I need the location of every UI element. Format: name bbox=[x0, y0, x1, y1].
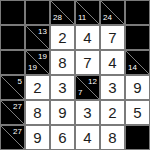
down-clue: 11 bbox=[78, 14, 86, 22]
across-clue: 19 bbox=[38, 53, 47, 61]
across-clue: 12 bbox=[88, 78, 97, 86]
block-cell bbox=[125, 25, 150, 50]
down-clue: 19 bbox=[28, 64, 37, 72]
answer-cell[interactable]: 7 bbox=[75, 50, 100, 75]
block-cell bbox=[0, 0, 25, 25]
clue-cell: 11 bbox=[75, 0, 100, 25]
clue-cell: 27 bbox=[0, 100, 25, 125]
answer-cell[interactable]: 7 bbox=[100, 25, 125, 50]
down-clue: 14 bbox=[128, 64, 137, 72]
answer-cell[interactable]: 3 bbox=[50, 75, 75, 100]
across-clue: 13 bbox=[38, 28, 47, 36]
answer-cell[interactable]: 9 bbox=[25, 125, 50, 150]
answer-cell[interactable]: 4 bbox=[75, 25, 100, 50]
clue-cell: 27 bbox=[0, 125, 25, 150]
answer-cell[interactable]: 9 bbox=[125, 75, 150, 100]
clue-cell: 5 bbox=[0, 75, 25, 100]
down-clue: 28 bbox=[53, 14, 62, 22]
answer-cell[interactable]: 8 bbox=[100, 125, 125, 150]
across-clue: 5 bbox=[18, 78, 22, 86]
across-clue: 27 bbox=[13, 128, 22, 136]
kakuro-grid: 2811241324719198741452312739278932527964… bbox=[0, 0, 150, 150]
answer-cell[interactable]: 4 bbox=[75, 125, 100, 150]
clue-cell: 127 bbox=[75, 75, 100, 100]
block-cell bbox=[125, 125, 150, 150]
answer-cell[interactable]: 2 bbox=[25, 75, 50, 100]
answer-cell[interactable]: 3 bbox=[100, 75, 125, 100]
answer-cell[interactable]: 5 bbox=[125, 100, 150, 125]
block-cell bbox=[0, 25, 25, 50]
block-cell bbox=[125, 0, 150, 25]
clue-cell: 28 bbox=[50, 0, 75, 25]
answer-cell[interactable]: 2 bbox=[100, 100, 125, 125]
down-clue: 24 bbox=[103, 14, 112, 22]
across-clue: 27 bbox=[13, 103, 22, 111]
clue-cell: 14 bbox=[125, 50, 150, 75]
answer-cell[interactable]: 9 bbox=[50, 100, 75, 125]
clue-cell: 13 bbox=[25, 25, 50, 50]
answer-cell[interactable]: 3 bbox=[75, 100, 100, 125]
answer-cell[interactable]: 8 bbox=[25, 100, 50, 125]
answer-cell[interactable]: 6 bbox=[50, 125, 75, 150]
block-cell bbox=[0, 50, 25, 75]
clue-cell: 24 bbox=[100, 0, 125, 25]
block-cell bbox=[25, 0, 50, 25]
clue-cell: 1919 bbox=[25, 50, 50, 75]
answer-cell[interactable]: 8 bbox=[50, 50, 75, 75]
answer-cell[interactable]: 4 bbox=[100, 50, 125, 75]
answer-cell[interactable]: 2 bbox=[50, 25, 75, 50]
down-clue: 7 bbox=[78, 89, 82, 97]
